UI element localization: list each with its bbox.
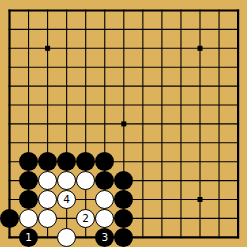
stone-white[interactable] (19, 209, 38, 228)
stone-black[interactable] (19, 171, 38, 190)
stone-black-move-1[interactable]: 1 (19, 228, 38, 247)
stone-white[interactable] (38, 190, 57, 209)
stone-white[interactable] (57, 171, 76, 190)
stone-black[interactable] (76, 152, 95, 171)
stone-black[interactable] (19, 152, 38, 171)
stone-black[interactable] (57, 152, 76, 171)
stone-black-move-3[interactable]: 3 (95, 228, 114, 247)
stone-black[interactable] (114, 209, 133, 228)
stone-black[interactable] (19, 190, 38, 209)
stone-black[interactable] (38, 152, 57, 171)
stone-black[interactable] (114, 228, 133, 247)
stone-black[interactable] (0, 209, 19, 228)
stones-layer: 4213 (0, 1, 247, 247)
stone-black[interactable] (95, 171, 114, 190)
stone-black[interactable] (114, 190, 133, 209)
stone-white[interactable] (38, 209, 57, 228)
stone-white[interactable] (38, 171, 57, 190)
stone-white[interactable] (95, 209, 114, 228)
move-number-label: 4 (63, 194, 70, 205)
move-number-label: 3 (101, 232, 108, 243)
stone-white-move-4[interactable]: 4 (57, 190, 76, 209)
stone-white[interactable] (95, 190, 114, 209)
stone-white[interactable] (57, 228, 76, 247)
stone-black[interactable] (114, 171, 133, 190)
move-number-label: 2 (82, 213, 89, 224)
stone-black[interactable] (95, 152, 114, 171)
stone-white-move-2[interactable]: 2 (76, 209, 95, 228)
stone-white[interactable] (76, 171, 95, 190)
move-number-label: 1 (25, 232, 32, 243)
goban: 4213 (0, 0, 247, 247)
